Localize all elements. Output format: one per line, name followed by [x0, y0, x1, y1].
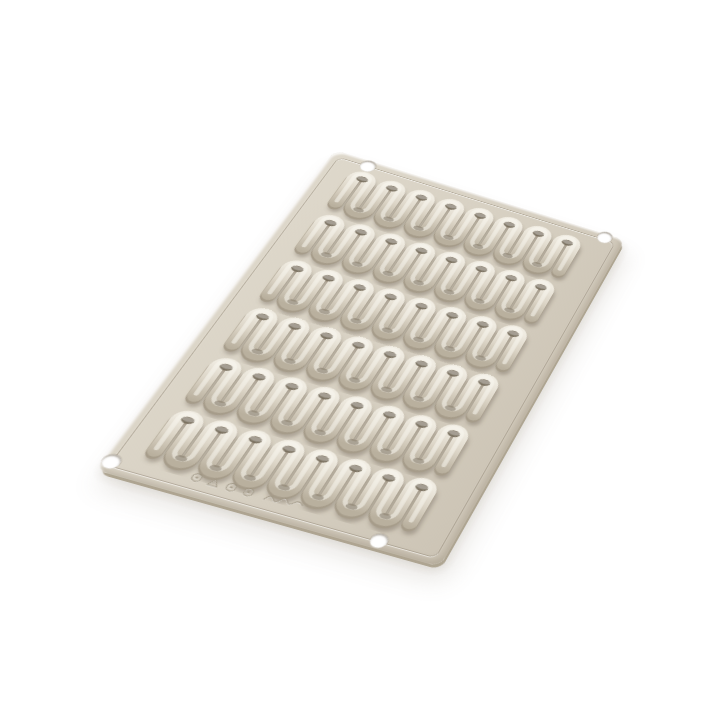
product-photo-scene: [0, 0, 720, 720]
corner-hole-bottom-right: [367, 532, 391, 549]
silicone-mold: [95, 150, 625, 567]
corner-hole-bottom-left: [99, 453, 125, 470]
